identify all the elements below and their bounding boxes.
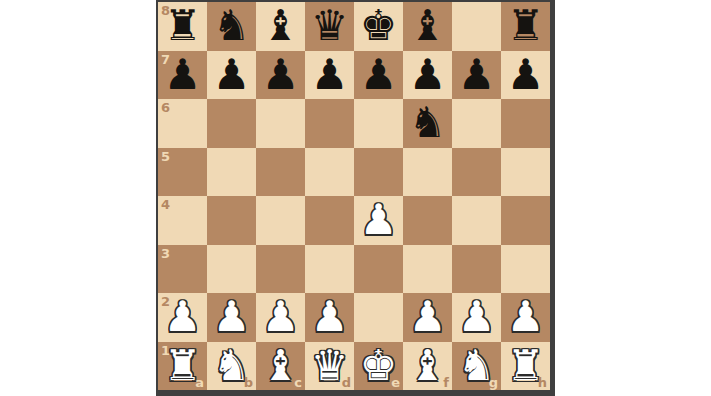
file-label-c: c bbox=[294, 376, 302, 389]
black-king[interactable]: ♚ bbox=[360, 5, 398, 47]
square-b4[interactable] bbox=[207, 196, 256, 245]
square-g5[interactable] bbox=[452, 148, 501, 197]
file-label-f: f bbox=[443, 376, 449, 389]
square-f2[interactable]: ♟ bbox=[403, 293, 452, 342]
file-label-a: a bbox=[195, 376, 204, 389]
black-bishop[interactable]: ♝ bbox=[262, 5, 300, 47]
rank-label-6: 6 bbox=[161, 101, 170, 114]
square-a3[interactable]: 3 bbox=[158, 245, 207, 294]
square-g6[interactable] bbox=[452, 99, 501, 148]
square-e7[interactable]: ♟ bbox=[354, 51, 403, 100]
square-c4[interactable] bbox=[256, 196, 305, 245]
square-f8[interactable]: ♝ bbox=[403, 2, 452, 51]
black-pawn[interactable]: ♟ bbox=[409, 54, 447, 96]
square-h5[interactable] bbox=[501, 148, 550, 197]
square-a6[interactable]: 6 bbox=[158, 99, 207, 148]
square-e8[interactable]: ♚ bbox=[354, 2, 403, 51]
square-a8[interactable]: 8♜ bbox=[158, 2, 207, 51]
file-label-e: e bbox=[391, 376, 400, 389]
square-h8[interactable]: ♜ bbox=[501, 2, 550, 51]
rank-label-8: 8 bbox=[161, 4, 170, 17]
black-pawn[interactable]: ♟ bbox=[458, 54, 496, 96]
chess-board: 8♜♞♝♛♚♝♜7♟♟♟♟♟♟♟♟6♞54♟32♟♟♟♟♟♟♟1a♜b♞c♝d♛… bbox=[156, 0, 555, 396]
square-f4[interactable] bbox=[403, 196, 452, 245]
square-g7[interactable]: ♟ bbox=[452, 51, 501, 100]
black-pawn[interactable]: ♟ bbox=[262, 54, 300, 96]
square-c8[interactable]: ♝ bbox=[256, 2, 305, 51]
rank-label-5: 5 bbox=[161, 150, 170, 163]
square-c2[interactable]: ♟ bbox=[256, 293, 305, 342]
square-b3[interactable] bbox=[207, 245, 256, 294]
file-label-h: h bbox=[538, 376, 547, 389]
square-d8[interactable]: ♛ bbox=[305, 2, 354, 51]
square-g4[interactable] bbox=[452, 196, 501, 245]
square-b5[interactable] bbox=[207, 148, 256, 197]
square-b6[interactable] bbox=[207, 99, 256, 148]
square-b2[interactable]: ♟ bbox=[207, 293, 256, 342]
square-e1[interactable]: e♚ bbox=[354, 342, 403, 391]
rank-label-7: 7 bbox=[161, 53, 170, 66]
square-e2[interactable] bbox=[354, 293, 403, 342]
white-pawn[interactable]: ♟ bbox=[213, 296, 251, 338]
square-f3[interactable] bbox=[403, 245, 452, 294]
square-c1[interactable]: c♝ bbox=[256, 342, 305, 391]
black-pawn[interactable]: ♟ bbox=[507, 54, 545, 96]
black-pawn[interactable]: ♟ bbox=[311, 54, 349, 96]
black-rook[interactable]: ♜ bbox=[507, 5, 545, 47]
square-h3[interactable] bbox=[501, 245, 550, 294]
square-a4[interactable]: 4 bbox=[158, 196, 207, 245]
file-label-g: g bbox=[489, 376, 498, 389]
square-f1[interactable]: f♝ bbox=[403, 342, 452, 391]
square-d5[interactable] bbox=[305, 148, 354, 197]
square-d1[interactable]: d♛ bbox=[305, 342, 354, 391]
square-c6[interactable] bbox=[256, 99, 305, 148]
square-f6[interactable]: ♞ bbox=[403, 99, 452, 148]
square-a7[interactable]: 7♟ bbox=[158, 51, 207, 100]
square-a5[interactable]: 5 bbox=[158, 148, 207, 197]
rank-label-2: 2 bbox=[161, 295, 170, 308]
square-d7[interactable]: ♟ bbox=[305, 51, 354, 100]
rank-label-4: 4 bbox=[161, 198, 170, 211]
square-h4[interactable] bbox=[501, 196, 550, 245]
file-label-d: d bbox=[342, 376, 351, 389]
square-c7[interactable]: ♟ bbox=[256, 51, 305, 100]
square-d4[interactable] bbox=[305, 196, 354, 245]
square-a1[interactable]: 1a♜ bbox=[158, 342, 207, 391]
square-e6[interactable] bbox=[354, 99, 403, 148]
square-b7[interactable]: ♟ bbox=[207, 51, 256, 100]
square-b1[interactable]: b♞ bbox=[207, 342, 256, 391]
square-d3[interactable] bbox=[305, 245, 354, 294]
rank-label-3: 3 bbox=[161, 247, 170, 260]
white-pawn[interactable]: ♟ bbox=[360, 199, 398, 241]
black-queen[interactable]: ♛ bbox=[311, 5, 349, 47]
black-pawn[interactable]: ♟ bbox=[213, 54, 251, 96]
black-knight[interactable]: ♞ bbox=[409, 102, 447, 144]
black-knight[interactable]: ♞ bbox=[213, 5, 251, 47]
square-c5[interactable] bbox=[256, 148, 305, 197]
square-d2[interactable]: ♟ bbox=[305, 293, 354, 342]
square-g3[interactable] bbox=[452, 245, 501, 294]
square-f7[interactable]: ♟ bbox=[403, 51, 452, 100]
square-g1[interactable]: g♞ bbox=[452, 342, 501, 391]
square-h1[interactable]: h♜ bbox=[501, 342, 550, 391]
rank-label-1: 1 bbox=[161, 344, 170, 357]
white-pawn[interactable]: ♟ bbox=[311, 296, 349, 338]
square-e4[interactable]: ♟ bbox=[354, 196, 403, 245]
square-h2[interactable]: ♟ bbox=[501, 293, 550, 342]
square-f5[interactable] bbox=[403, 148, 452, 197]
black-pawn[interactable]: ♟ bbox=[360, 54, 398, 96]
square-h6[interactable] bbox=[501, 99, 550, 148]
white-bishop[interactable]: ♝ bbox=[409, 345, 447, 387]
square-d6[interactable] bbox=[305, 99, 354, 148]
white-pawn[interactable]: ♟ bbox=[409, 296, 447, 338]
square-g2[interactable]: ♟ bbox=[452, 293, 501, 342]
white-pawn[interactable]: ♟ bbox=[507, 296, 545, 338]
square-e5[interactable] bbox=[354, 148, 403, 197]
square-h7[interactable]: ♟ bbox=[501, 51, 550, 100]
black-bishop[interactable]: ♝ bbox=[409, 5, 447, 47]
file-label-b: b bbox=[244, 376, 253, 389]
square-e3[interactable] bbox=[354, 245, 403, 294]
square-g8[interactable] bbox=[452, 2, 501, 51]
white-pawn[interactable]: ♟ bbox=[262, 296, 300, 338]
square-a2[interactable]: 2♟ bbox=[158, 293, 207, 342]
white-pawn[interactable]: ♟ bbox=[458, 296, 496, 338]
square-b8[interactable]: ♞ bbox=[207, 2, 256, 51]
square-c3[interactable] bbox=[256, 245, 305, 294]
